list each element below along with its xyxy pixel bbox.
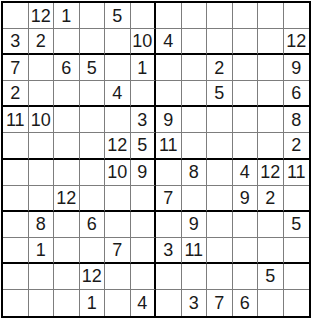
cell-r2c3[interactable]: [54, 29, 80, 55]
cell-r11c11[interactable]: 5: [258, 264, 284, 290]
cell-r5c4[interactable]: [80, 107, 106, 133]
cell-r7c9[interactable]: [207, 160, 233, 186]
cell-r1c10[interactable]: [233, 3, 259, 29]
cell-r11c7[interactable]: [156, 264, 182, 290]
cell-r7c10[interactable]: 4: [233, 160, 259, 186]
cell-r2c6[interactable]: 10: [131, 29, 157, 55]
cell-r3c4[interactable]: 5: [80, 55, 106, 81]
cell-r5c10[interactable]: [233, 107, 259, 133]
cell-r9c2[interactable]: 8: [29, 212, 55, 238]
cell-r8c10[interactable]: 9: [233, 186, 259, 212]
cell-r1c3[interactable]: 1: [54, 3, 80, 29]
cell-r3c9[interactable]: 2: [207, 55, 233, 81]
cell-r10c9[interactable]: [207, 238, 233, 264]
cell-r12c2[interactable]: [29, 290, 55, 316]
cell-r8c8[interactable]: [182, 186, 208, 212]
cell-r8c4[interactable]: [80, 186, 106, 212]
cell-r8c11[interactable]: 2: [258, 186, 284, 212]
cell-r1c7[interactable]: [156, 3, 182, 29]
cell-r3c8[interactable]: [182, 55, 208, 81]
cell-r4c8[interactable]: [182, 81, 208, 107]
cell-r12c7[interactable]: [156, 290, 182, 316]
cell-r3c7[interactable]: [156, 55, 182, 81]
cell-r11c5[interactable]: [105, 264, 131, 290]
cell-r4c12[interactable]: 6: [284, 81, 310, 107]
cell-r6c10[interactable]: [233, 133, 259, 159]
cell-r2c1[interactable]: 3: [3, 29, 29, 55]
cell-r10c2[interactable]: 1: [29, 238, 55, 264]
cell-r8c9[interactable]: [207, 186, 233, 212]
cell-r5c9[interactable]: [207, 107, 233, 133]
cell-r3c6[interactable]: 1: [131, 55, 157, 81]
cell-r11c3[interactable]: [54, 264, 80, 290]
cell-r11c4[interactable]: 12: [80, 264, 106, 290]
cell-r9c11[interactable]: [258, 212, 284, 238]
cell-r2c10[interactable]: [233, 29, 259, 55]
cell-r7c3[interactable]: [54, 160, 80, 186]
cell-r12c10[interactable]: 6: [233, 290, 259, 316]
cell-r1c5[interactable]: 5: [105, 3, 131, 29]
cell-r9c6[interactable]: [131, 212, 157, 238]
cell-r5c3[interactable]: [54, 107, 80, 133]
cell-r1c12[interactable]: [284, 3, 310, 29]
cell-r1c2[interactable]: 12: [29, 3, 55, 29]
cell-r9c9[interactable]: [207, 212, 233, 238]
cell-r1c8[interactable]: [182, 3, 208, 29]
cell-r10c5[interactable]: 7: [105, 238, 131, 264]
cell-r9c10[interactable]: [233, 212, 259, 238]
cell-r7c12[interactable]: 11: [284, 160, 310, 186]
cell-r9c7[interactable]: [156, 212, 182, 238]
cell-r7c8[interactable]: 8: [182, 160, 208, 186]
cell-r8c2[interactable]: [29, 186, 55, 212]
cell-r8c12[interactable]: [284, 186, 310, 212]
cell-r2c12[interactable]: 12: [284, 29, 310, 55]
cell-r2c7[interactable]: 4: [156, 29, 182, 55]
cell-r9c1[interactable]: [3, 212, 29, 238]
cell-r4c7[interactable]: [156, 81, 182, 107]
cell-r10c8[interactable]: 11: [182, 238, 208, 264]
cell-r4c4[interactable]: [80, 81, 106, 107]
cell-r4c5[interactable]: 4: [105, 81, 131, 107]
cell-r3c5[interactable]: [105, 55, 131, 81]
cell-r4c11[interactable]: [258, 81, 284, 107]
cell-r7c11[interactable]: 12: [258, 160, 284, 186]
cell-r1c9[interactable]: [207, 3, 233, 29]
cell-r11c12[interactable]: [284, 264, 310, 290]
cell-r12c1[interactable]: [3, 290, 29, 316]
cell-r6c5[interactable]: 12: [105, 133, 131, 159]
cell-r10c11[interactable]: [258, 238, 284, 264]
cell-r10c7[interactable]: 3: [156, 238, 182, 264]
cell-r2c11[interactable]: [258, 29, 284, 55]
cell-r3c12[interactable]: 9: [284, 55, 310, 81]
cell-r10c4[interactable]: [80, 238, 106, 264]
cell-r9c12[interactable]: 5: [284, 212, 310, 238]
cell-r10c1[interactable]: [3, 238, 29, 264]
cell-r12c4[interactable]: 1: [80, 290, 106, 316]
cell-r5c5[interactable]: [105, 107, 131, 133]
cell-r3c1[interactable]: 7: [3, 55, 29, 81]
cell-r3c3[interactable]: 6: [54, 55, 80, 81]
cell-r7c6[interactable]: 9: [131, 160, 157, 186]
cell-r8c1[interactable]: [3, 186, 29, 212]
cell-r12c3[interactable]: [54, 290, 80, 316]
cell-r11c1[interactable]: [3, 264, 29, 290]
cell-r8c5[interactable]: [105, 186, 131, 212]
cell-r6c4[interactable]: [80, 133, 106, 159]
cell-r9c4[interactable]: 6: [80, 212, 106, 238]
cell-r12c6[interactable]: 4: [131, 290, 157, 316]
cell-r11c10[interactable]: [233, 264, 259, 290]
cell-r8c7[interactable]: 7: [156, 186, 182, 212]
cell-r11c8[interactable]: [182, 264, 208, 290]
cell-r12c9[interactable]: 7: [207, 290, 233, 316]
cell-r3c10[interactable]: [233, 55, 259, 81]
cell-r6c8[interactable]: [182, 133, 208, 159]
cell-r7c4[interactable]: [80, 160, 106, 186]
cell-r1c1[interactable]: [3, 3, 29, 29]
cell-r5c11[interactable]: [258, 107, 284, 133]
cell-r5c6[interactable]: 3: [131, 107, 157, 133]
cell-r12c8[interactable]: 3: [182, 290, 208, 316]
cell-r7c2[interactable]: [29, 160, 55, 186]
cell-r10c10[interactable]: [233, 238, 259, 264]
cell-r7c5[interactable]: 10: [105, 160, 131, 186]
cell-r6c7[interactable]: 11: [156, 133, 182, 159]
cell-r12c11[interactable]: [258, 290, 284, 316]
cell-r2c2[interactable]: 2: [29, 29, 55, 55]
cell-r5c12[interactable]: 8: [284, 107, 310, 133]
cell-r5c7[interactable]: 9: [156, 107, 182, 133]
cell-r6c3[interactable]: [54, 133, 80, 159]
cell-r3c11[interactable]: [258, 55, 284, 81]
cell-r10c3[interactable]: [54, 238, 80, 264]
cell-r7c1[interactable]: [3, 160, 29, 186]
cell-r4c10[interactable]: [233, 81, 259, 107]
sudoku-board: 1215321041276512924561110398125112109841…: [1, 1, 311, 318]
cell-r6c6[interactable]: 5: [131, 133, 157, 159]
cell-r4c9[interactable]: 5: [207, 81, 233, 107]
cell-r12c12[interactable]: [284, 290, 310, 316]
cell-r4c6[interactable]: [131, 81, 157, 107]
cell-r1c6[interactable]: [131, 3, 157, 29]
cell-r8c3[interactable]: 12: [54, 186, 80, 212]
cell-r2c5[interactable]: [105, 29, 131, 55]
cell-r4c2[interactable]: [29, 81, 55, 107]
cell-r4c3[interactable]: [54, 81, 80, 107]
cell-r9c5[interactable]: [105, 212, 131, 238]
cell-r9c8[interactable]: 9: [182, 212, 208, 238]
cell-r5c2[interactable]: 10: [29, 107, 55, 133]
cell-r2c8[interactable]: [182, 29, 208, 55]
cell-r3c2[interactable]: [29, 55, 55, 81]
cell-r8c6[interactable]: [131, 186, 157, 212]
cell-r6c2[interactable]: [29, 133, 55, 159]
cell-r2c4[interactable]: [80, 29, 106, 55]
cell-r6c9[interactable]: [207, 133, 233, 159]
cell-r11c2[interactable]: [29, 264, 55, 290]
cell-r10c6[interactable]: [131, 238, 157, 264]
cell-r1c11[interactable]: [258, 3, 284, 29]
cell-r6c1[interactable]: [3, 133, 29, 159]
cell-r9c3[interactable]: [54, 212, 80, 238]
cell-r1c4[interactable]: [80, 3, 106, 29]
cell-r11c6[interactable]: [131, 264, 157, 290]
cell-r5c1[interactable]: 11: [3, 107, 29, 133]
cell-r2c9[interactable]: [207, 29, 233, 55]
cell-r11c9[interactable]: [207, 264, 233, 290]
cell-r4c1[interactable]: 2: [3, 81, 29, 107]
cell-r5c8[interactable]: [182, 107, 208, 133]
cell-r7c7[interactable]: [156, 160, 182, 186]
cell-r6c11[interactable]: [258, 133, 284, 159]
cell-r6c12[interactable]: 2: [284, 133, 310, 159]
cell-r12c5[interactable]: [105, 290, 131, 316]
cell-r10c12[interactable]: [284, 238, 310, 264]
